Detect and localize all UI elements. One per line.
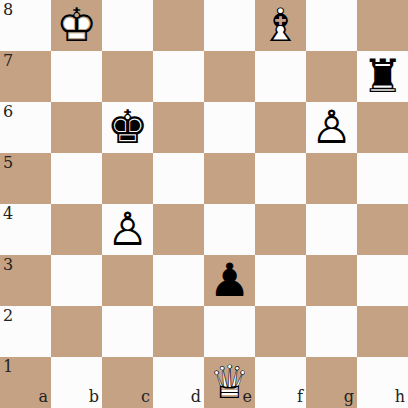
square-b6[interactable] — [51, 102, 102, 153]
square-g4[interactable] — [306, 204, 357, 255]
square-f1[interactable] — [255, 357, 306, 408]
piece-white-bishop[interactable]: ♝♗ — [255, 0, 306, 51]
square-b8[interactable]: ♚♔ — [51, 0, 102, 51]
square-h2[interactable] — [357, 306, 408, 357]
square-a8[interactable] — [0, 0, 51, 51]
square-h5[interactable] — [357, 153, 408, 204]
piece-glyph: ♚ — [102, 102, 153, 153]
square-d8[interactable] — [153, 0, 204, 51]
square-f5[interactable] — [255, 153, 306, 204]
square-f6[interactable] — [255, 102, 306, 153]
square-a7[interactable] — [0, 51, 51, 102]
square-a6[interactable] — [0, 102, 51, 153]
square-g3[interactable] — [306, 255, 357, 306]
square-a2[interactable] — [0, 306, 51, 357]
square-e2[interactable] — [204, 306, 255, 357]
square-g2[interactable] — [306, 306, 357, 357]
square-d7[interactable] — [153, 51, 204, 102]
square-d4[interactable] — [153, 204, 204, 255]
square-h7[interactable]: ♜ — [357, 51, 408, 102]
piece-glyph: ♕ — [204, 357, 255, 408]
square-g1[interactable] — [306, 357, 357, 408]
square-e6[interactable] — [204, 102, 255, 153]
piece-glyph: ♟ — [204, 255, 255, 306]
square-h4[interactable] — [357, 204, 408, 255]
square-f7[interactable] — [255, 51, 306, 102]
square-e8[interactable] — [204, 0, 255, 51]
square-c4[interactable]: ♟♙ — [102, 204, 153, 255]
square-d6[interactable] — [153, 102, 204, 153]
piece-black-rook[interactable]: ♜ — [357, 51, 408, 102]
square-e4[interactable] — [204, 204, 255, 255]
square-a3[interactable] — [0, 255, 51, 306]
square-a5[interactable] — [0, 153, 51, 204]
square-f3[interactable] — [255, 255, 306, 306]
chess-board: ♚♔♝♗♜♚♟♙♟♙♟♛♕ — [0, 0, 408, 408]
square-f2[interactable] — [255, 306, 306, 357]
square-c6[interactable]: ♚ — [102, 102, 153, 153]
square-d3[interactable] — [153, 255, 204, 306]
piece-white-queen[interactable]: ♛♕ — [204, 357, 255, 408]
piece-black-king[interactable]: ♚ — [102, 102, 153, 153]
square-b7[interactable] — [51, 51, 102, 102]
square-g7[interactable] — [306, 51, 357, 102]
square-b3[interactable] — [51, 255, 102, 306]
square-c2[interactable] — [102, 306, 153, 357]
square-h3[interactable] — [357, 255, 408, 306]
piece-glyph: ♙ — [306, 102, 357, 153]
square-d5[interactable] — [153, 153, 204, 204]
square-e1[interactable]: ♛♕ — [204, 357, 255, 408]
piece-glyph: ♔ — [51, 0, 102, 51]
square-c8[interactable] — [102, 0, 153, 51]
square-b1[interactable] — [51, 357, 102, 408]
square-h8[interactable] — [357, 0, 408, 51]
piece-glyph: ♜ — [357, 51, 408, 102]
square-a4[interactable] — [0, 204, 51, 255]
square-b5[interactable] — [51, 153, 102, 204]
square-c3[interactable] — [102, 255, 153, 306]
square-b2[interactable] — [51, 306, 102, 357]
square-g5[interactable] — [306, 153, 357, 204]
square-e5[interactable] — [204, 153, 255, 204]
square-h1[interactable] — [357, 357, 408, 408]
square-e3[interactable]: ♟ — [204, 255, 255, 306]
square-g6[interactable]: ♟♙ — [306, 102, 357, 153]
square-f4[interactable] — [255, 204, 306, 255]
square-e7[interactable] — [204, 51, 255, 102]
square-b4[interactable] — [51, 204, 102, 255]
square-h6[interactable] — [357, 102, 408, 153]
chess-board-area: ♚♔♝♗♜♚♟♙♟♙♟♛♕ 87654321abcdefgh — [0, 0, 408, 408]
square-c7[interactable] — [102, 51, 153, 102]
square-f8[interactable]: ♝♗ — [255, 0, 306, 51]
piece-white-pawn[interactable]: ♟♙ — [306, 102, 357, 153]
piece-white-pawn[interactable]: ♟♙ — [102, 204, 153, 255]
square-d1[interactable] — [153, 357, 204, 408]
piece-glyph: ♗ — [255, 0, 306, 51]
square-c1[interactable] — [102, 357, 153, 408]
piece-white-king[interactable]: ♚♔ — [51, 0, 102, 51]
piece-black-pawn[interactable]: ♟ — [204, 255, 255, 306]
square-d2[interactable] — [153, 306, 204, 357]
square-c5[interactable] — [102, 153, 153, 204]
square-a1[interactable] — [0, 357, 51, 408]
piece-glyph: ♙ — [102, 204, 153, 255]
square-g8[interactable] — [306, 0, 357, 51]
